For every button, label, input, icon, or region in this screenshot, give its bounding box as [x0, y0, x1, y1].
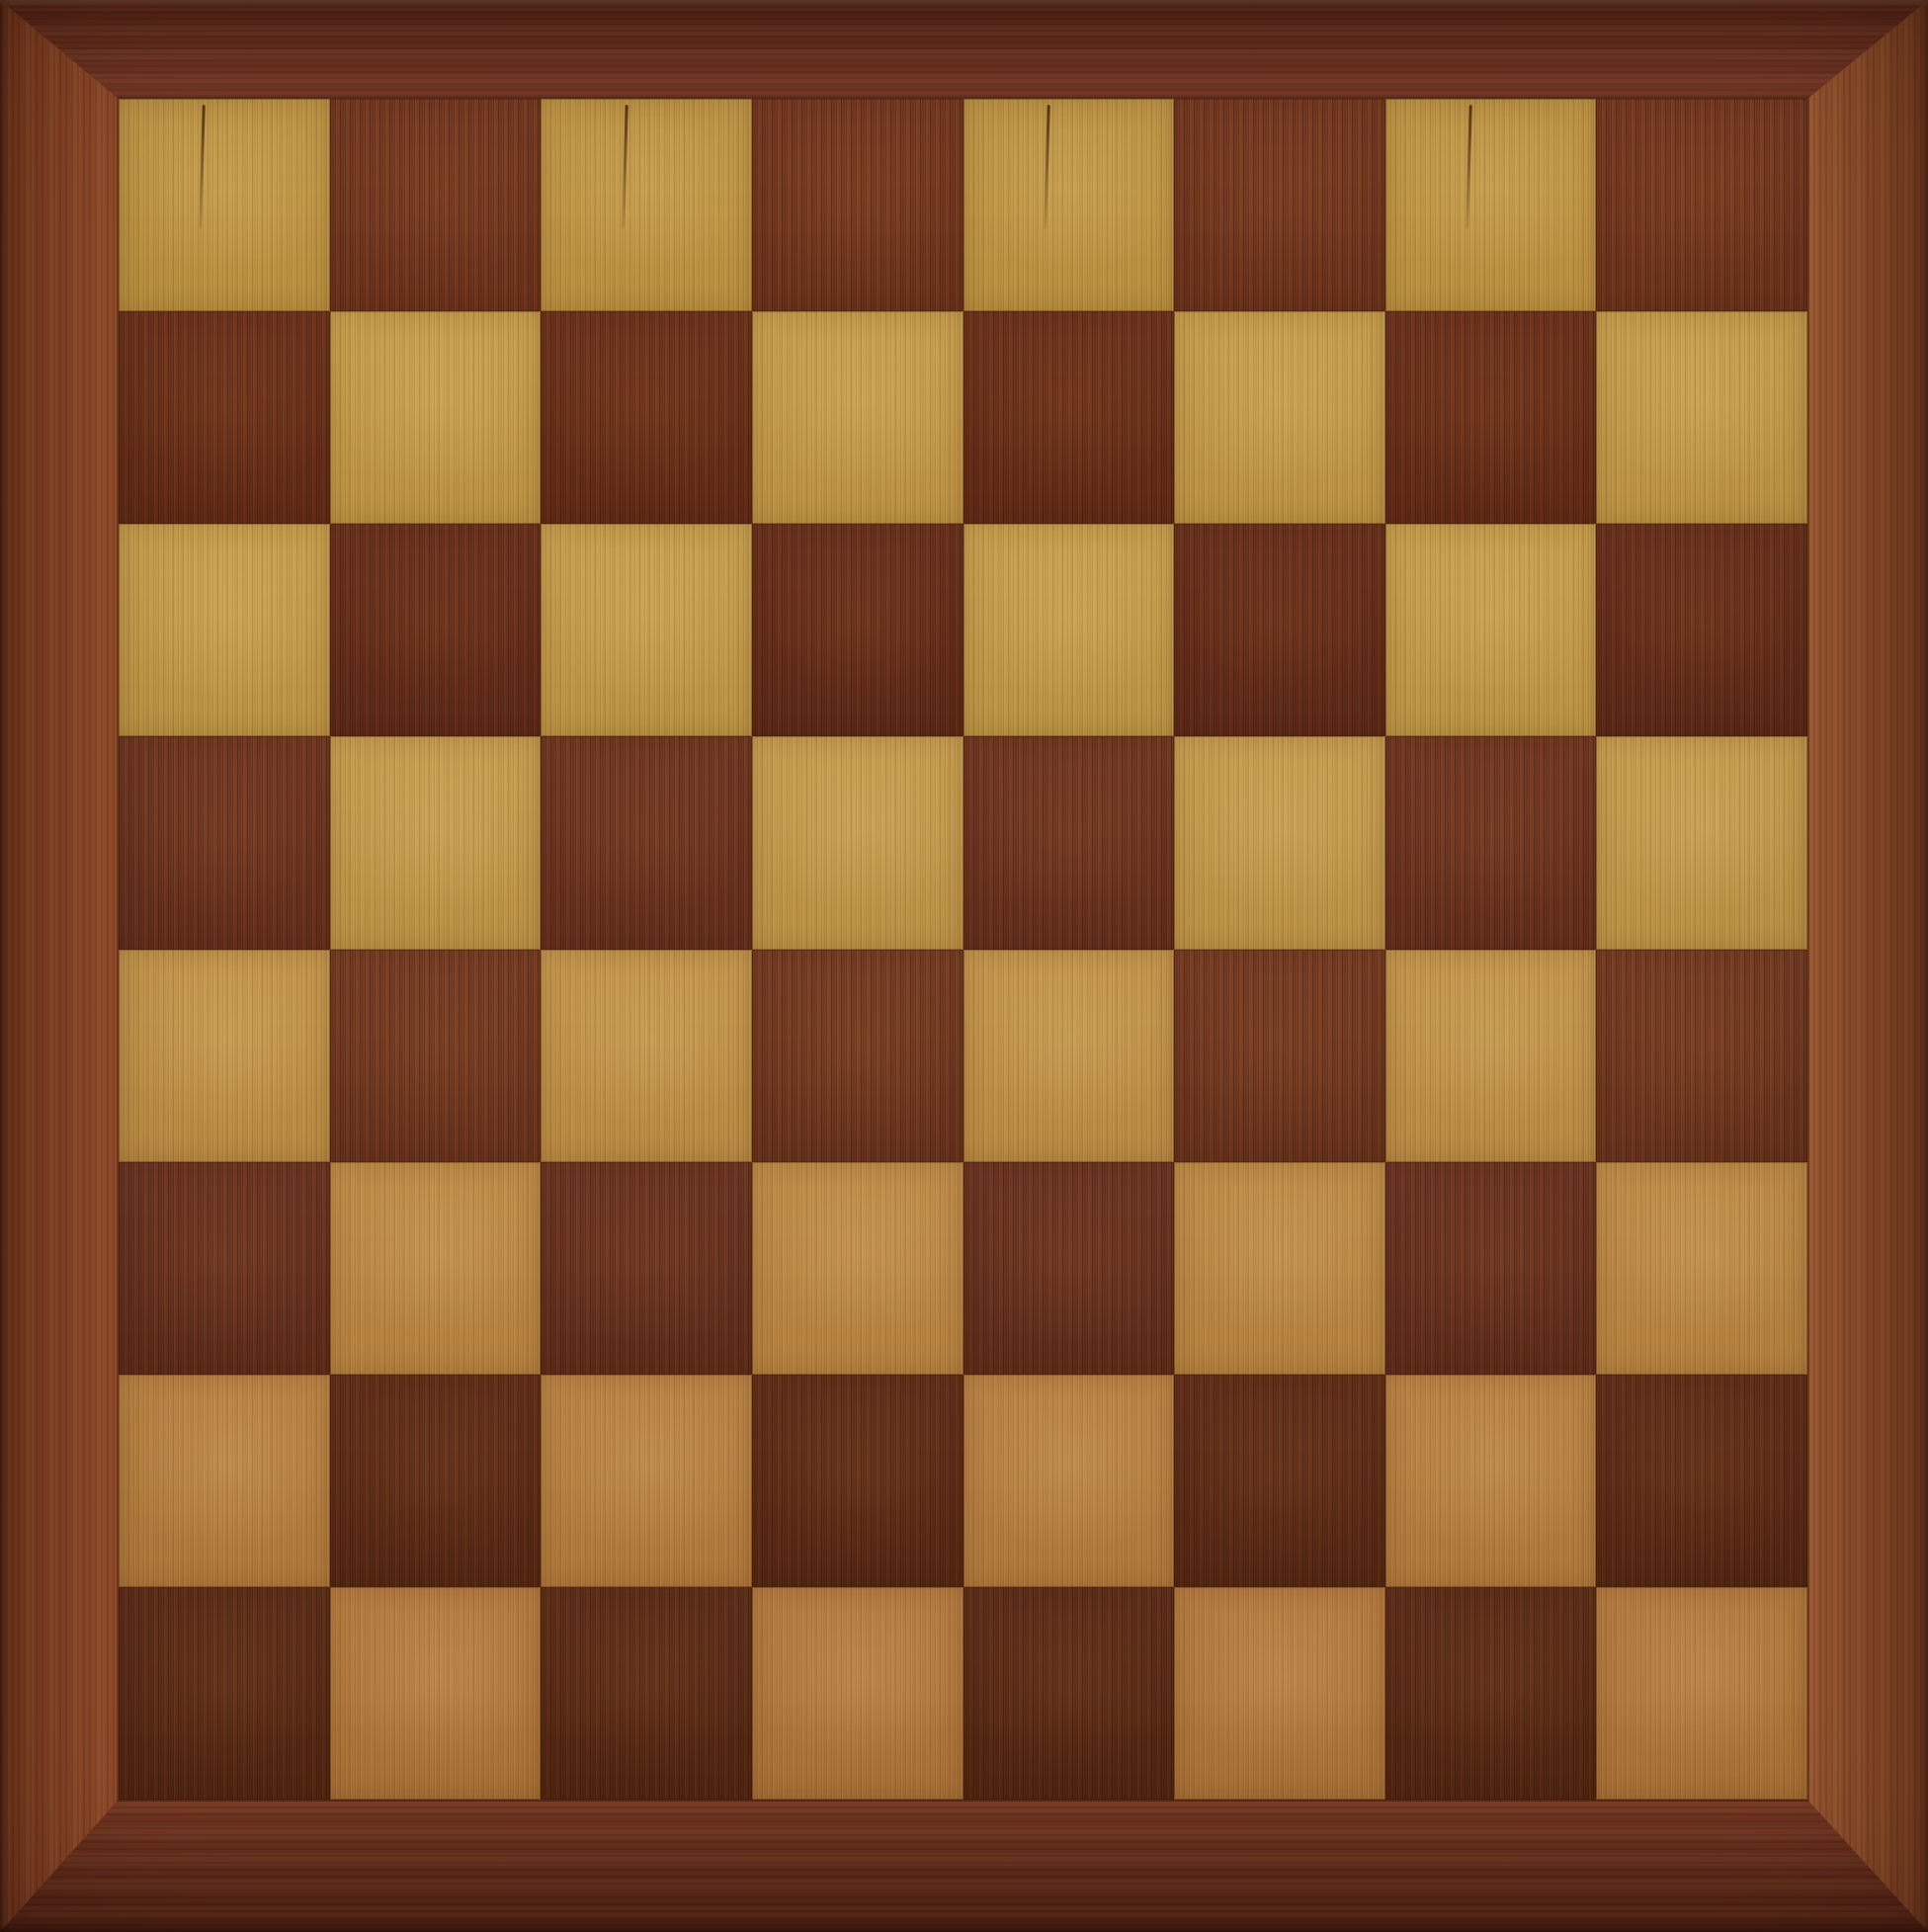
- square-a8[interactable]: [119, 99, 330, 311]
- square-h1[interactable]: [1596, 1587, 1807, 1800]
- square-h3[interactable]: [1596, 1162, 1807, 1375]
- square-a1[interactable]: [119, 1587, 330, 1800]
- square-f1[interactable]: [1174, 1587, 1385, 1800]
- square-a5[interactable]: [119, 736, 330, 949]
- square-d2[interactable]: [752, 1375, 964, 1587]
- frame-bottom: [0, 1800, 1928, 1932]
- square-e2[interactable]: [964, 1375, 1175, 1587]
- square-g5[interactable]: [1385, 736, 1597, 949]
- board-photo: [0, 0, 1928, 1932]
- square-a6[interactable]: [119, 524, 330, 736]
- frame-left: [0, 0, 119, 1932]
- square-b8[interactable]: [330, 99, 542, 311]
- square-h2[interactable]: [1596, 1375, 1807, 1587]
- square-g1[interactable]: [1385, 1587, 1597, 1800]
- square-d5[interactable]: [752, 736, 964, 949]
- square-g4[interactable]: [1385, 950, 1597, 1162]
- square-b7[interactable]: [330, 311, 542, 524]
- square-a3[interactable]: [119, 1162, 330, 1375]
- square-c3[interactable]: [541, 1162, 752, 1375]
- square-f7[interactable]: [1174, 311, 1385, 524]
- square-c1[interactable]: [541, 1587, 752, 1800]
- square-h6[interactable]: [1596, 524, 1807, 736]
- square-f2[interactable]: [1174, 1375, 1385, 1587]
- frame-right: [1807, 0, 1928, 1932]
- square-b6[interactable]: [330, 524, 542, 736]
- square-a2[interactable]: [119, 1375, 330, 1587]
- square-e8[interactable]: [964, 99, 1175, 311]
- square-c2[interactable]: [541, 1375, 752, 1587]
- square-b4[interactable]: [330, 950, 542, 1162]
- square-f5[interactable]: [1174, 736, 1385, 949]
- square-g7[interactable]: [1385, 311, 1597, 524]
- square-e7[interactable]: [964, 311, 1175, 524]
- square-f8[interactable]: [1174, 99, 1385, 311]
- square-g8[interactable]: [1385, 99, 1597, 311]
- square-d7[interactable]: [752, 311, 964, 524]
- square-b1[interactable]: [330, 1587, 542, 1800]
- frame-top: [0, 0, 1928, 99]
- square-b5[interactable]: [330, 736, 542, 949]
- square-e4[interactable]: [964, 950, 1175, 1162]
- square-d4[interactable]: [752, 950, 964, 1162]
- square-e5[interactable]: [964, 736, 1175, 949]
- square-e3[interactable]: [964, 1162, 1175, 1375]
- square-g2[interactable]: [1385, 1375, 1597, 1587]
- square-d3[interactable]: [752, 1162, 964, 1375]
- square-c7[interactable]: [541, 311, 752, 524]
- square-e1[interactable]: [964, 1587, 1175, 1800]
- square-c5[interactable]: [541, 736, 752, 949]
- square-h5[interactable]: [1596, 736, 1807, 949]
- square-c8[interactable]: [541, 99, 752, 311]
- square-g6[interactable]: [1385, 524, 1597, 736]
- square-h7[interactable]: [1596, 311, 1807, 524]
- square-g3[interactable]: [1385, 1162, 1597, 1375]
- square-f6[interactable]: [1174, 524, 1385, 736]
- square-a4[interactable]: [119, 950, 330, 1162]
- square-d1[interactable]: [752, 1587, 964, 1800]
- square-c6[interactable]: [541, 524, 752, 736]
- square-e6[interactable]: [964, 524, 1175, 736]
- square-d6[interactable]: [752, 524, 964, 736]
- square-d8[interactable]: [752, 99, 964, 311]
- square-f4[interactable]: [1174, 950, 1385, 1162]
- square-b2[interactable]: [330, 1375, 542, 1587]
- square-a7[interactable]: [119, 311, 330, 524]
- square-b3[interactable]: [330, 1162, 542, 1375]
- square-c4[interactable]: [541, 950, 752, 1162]
- chessboard: [119, 99, 1807, 1800]
- square-h8[interactable]: [1596, 99, 1807, 311]
- square-f3[interactable]: [1174, 1162, 1385, 1375]
- square-h4[interactable]: [1596, 950, 1807, 1162]
